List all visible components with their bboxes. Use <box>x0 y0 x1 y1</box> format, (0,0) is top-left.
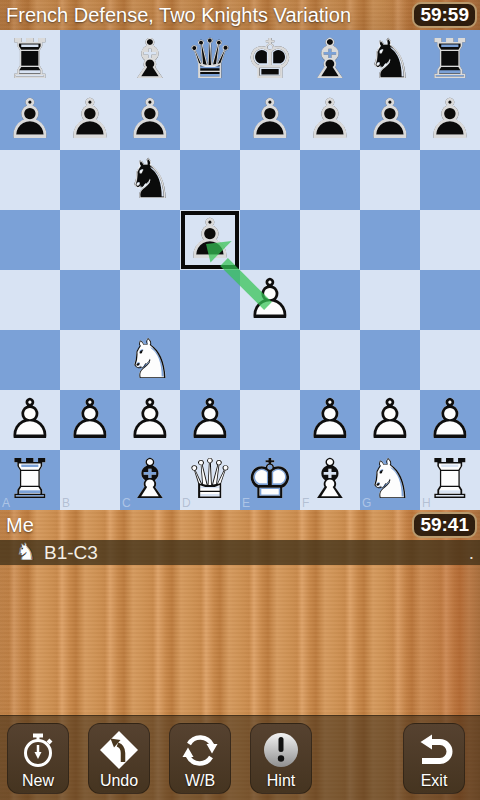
square-b5[interactable] <box>60 210 120 270</box>
square-h5[interactable] <box>420 210 480 270</box>
square-a7[interactable]: ♟♙ <box>0 90 60 150</box>
square-d6[interactable] <box>180 150 240 210</box>
square-e1[interactable]: ♚♔E <box>240 450 300 510</box>
square-d7[interactable] <box>180 90 240 150</box>
square-h4[interactable] <box>420 270 480 330</box>
player-clock: 59:41 <box>412 512 477 538</box>
square-e7[interactable]: ♟♙ <box>240 90 300 150</box>
white-pawn[interactable]: ♟♙ <box>60 390 120 450</box>
black-queen[interactable]: ♛♕ <box>180 30 240 90</box>
black-knight[interactable]: ♞♘ <box>120 150 180 210</box>
wb-button-label: W/B <box>185 772 215 790</box>
square-e5[interactable] <box>240 210 300 270</box>
square-c3[interactable]: ♞♘ <box>120 330 180 390</box>
square-a5[interactable] <box>0 210 60 270</box>
square-h6[interactable] <box>420 150 480 210</box>
square-f5[interactable] <box>300 210 360 270</box>
square-c8[interactable]: ♝♗ <box>120 30 180 90</box>
undo-button-label: Undo <box>100 772 138 790</box>
player-name: Me <box>0 514 34 537</box>
white-pawn[interactable]: ♟♙ <box>360 390 420 450</box>
black-pawn[interactable]: ♟♙ <box>420 90 480 150</box>
square-a8[interactable]: ♜♖ <box>0 30 60 90</box>
square-g3[interactable] <box>360 330 420 390</box>
square-b3[interactable] <box>60 330 120 390</box>
square-g5[interactable] <box>360 210 420 270</box>
hint-button-label: Hint <box>267 772 295 790</box>
white-rook[interactable]: ♜♖ <box>420 450 480 510</box>
square-b4[interactable] <box>60 270 120 330</box>
uturn-arrow-icon <box>414 728 454 772</box>
square-d2[interactable]: ♟♙ <box>180 390 240 450</box>
square-c1[interactable]: ♝♗C <box>120 450 180 510</box>
white-pawn[interactable]: ♟♙ <box>0 390 60 450</box>
white-pawn[interactable]: ♟♙ <box>180 390 240 450</box>
white-bishop[interactable]: ♝♗ <box>120 450 180 510</box>
square-c4[interactable] <box>120 270 180 330</box>
square-f7[interactable]: ♟♙ <box>300 90 360 150</box>
square-a3[interactable] <box>0 330 60 390</box>
square-c7[interactable]: ♟♙ <box>120 90 180 150</box>
square-e2[interactable] <box>240 390 300 450</box>
exit-button[interactable]: Exit <box>403 723 465 794</box>
white-rook[interactable]: ♜♖ <box>0 450 60 510</box>
square-b1[interactable]: B <box>60 450 120 510</box>
square-h7[interactable]: ♟♙ <box>420 90 480 150</box>
black-pawn[interactable]: ♟♙ <box>0 90 60 150</box>
square-g1[interactable]: ♞♘G <box>360 450 420 510</box>
chess-board[interactable]: ♜♖♝♗♛♕♚♔♝♗♞♘♜♖♟♙♟♙♟♙♟♙♟♙♟♙♟♙♞♘♟♙♟♙♞♘♟♙♟♙… <box>0 30 480 510</box>
white-pawn[interactable]: ♟♙ <box>420 390 480 450</box>
white-bishop[interactable]: ♝♗ <box>300 450 360 510</box>
square-d8[interactable]: ♛♕ <box>180 30 240 90</box>
square-e3[interactable] <box>240 330 300 390</box>
bottom-toolbar: New Undo W/B <box>0 715 480 800</box>
swap-rotate-icon <box>180 728 220 772</box>
white-knight[interactable]: ♞♘ <box>360 450 420 510</box>
move-list-row: ♞ ♘ B1-C3 . <box>0 540 480 565</box>
move-text: B1-C3 <box>44 542 98 564</box>
white-queen[interactable]: ♛♕ <box>180 450 240 510</box>
square-e8[interactable]: ♚♔ <box>240 30 300 90</box>
square-e6[interactable] <box>240 150 300 210</box>
black-pawn[interactable]: ♟♙ <box>60 90 120 150</box>
square-f2[interactable]: ♟♙ <box>300 390 360 450</box>
square-f4[interactable] <box>300 270 360 330</box>
square-a2[interactable]: ♟♙ <box>0 390 60 450</box>
opponent-clock: 59:59 <box>412 2 477 28</box>
square-h3[interactable] <box>420 330 480 390</box>
square-f6[interactable] <box>300 150 360 210</box>
square-b7[interactable]: ♟♙ <box>60 90 120 150</box>
white-knight[interactable]: ♞♘ <box>120 330 180 390</box>
new-button-label: New <box>22 772 54 790</box>
wb-swap-button[interactable]: W/B <box>169 723 231 794</box>
black-pawn[interactable]: ♟♙ <box>360 90 420 150</box>
square-d5[interactable]: ♟♙ <box>180 210 240 270</box>
title-bar: French Defense, Two Knights Variation 59… <box>0 0 480 30</box>
turn-arrow-icon <box>99 728 139 772</box>
square-b8[interactable] <box>60 30 120 90</box>
black-pawn[interactable]: ♟♙ <box>240 90 300 150</box>
black-pawn[interactable]: ♟♙ <box>180 210 240 270</box>
white-knight-icon: ♞ ♘ <box>13 540 39 565</box>
white-pawn[interactable]: ♟♙ <box>300 390 360 450</box>
square-g7[interactable]: ♟♙ <box>360 90 420 150</box>
opening-title: French Defense, Two Knights Variation <box>0 4 351 27</box>
white-king[interactable]: ♚♔ <box>240 450 300 510</box>
black-rook[interactable]: ♜♖ <box>420 30 480 90</box>
square-b2[interactable]: ♟♙ <box>60 390 120 450</box>
black-pawn[interactable]: ♟♙ <box>120 90 180 150</box>
stopwatch-icon <box>18 728 58 772</box>
new-button[interactable]: New <box>7 723 69 794</box>
square-g4[interactable] <box>360 270 420 330</box>
exclamation-icon <box>261 728 301 772</box>
square-c5[interactable] <box>120 210 180 270</box>
white-pawn[interactable]: ♟♙ <box>120 390 180 450</box>
square-g2[interactable]: ♟♙ <box>360 390 420 450</box>
square-c6[interactable]: ♞♘ <box>120 150 180 210</box>
square-d1[interactable]: ♛♕D <box>180 450 240 510</box>
app-screen: French Defense, Two Knights Variation 59… <box>0 0 480 800</box>
black-rook[interactable]: ♜♖ <box>0 30 60 90</box>
square-g6[interactable] <box>360 150 420 210</box>
black-pawn[interactable]: ♟♙ <box>300 90 360 150</box>
black-king[interactable]: ♚♔ <box>240 30 300 90</box>
square-f8[interactable]: ♝♗ <box>300 30 360 90</box>
square-d3[interactable] <box>180 330 240 390</box>
move-cursor: . <box>469 542 474 564</box>
black-knight[interactable]: ♞♘ <box>360 30 420 90</box>
black-bishop[interactable]: ♝♗ <box>300 30 360 90</box>
square-c2[interactable]: ♟♙ <box>120 390 180 450</box>
black-bishop[interactable]: ♝♗ <box>120 30 180 90</box>
square-h8[interactable]: ♜♖ <box>420 30 480 90</box>
hint-button[interactable]: Hint <box>250 723 312 794</box>
square-d4[interactable] <box>180 270 240 330</box>
square-h1[interactable]: ♜♖H <box>420 450 480 510</box>
square-a6[interactable] <box>0 150 60 210</box>
square-g8[interactable]: ♞♘ <box>360 30 420 90</box>
square-a4[interactable] <box>0 270 60 330</box>
square-e4[interactable]: ♟♙ <box>240 270 300 330</box>
exit-button-label: Exit <box>421 772 448 790</box>
square-b6[interactable] <box>60 150 120 210</box>
square-f1[interactable]: ♝♗F <box>300 450 360 510</box>
undo-button[interactable]: Undo <box>88 723 150 794</box>
player-status-bar: Me 59:41 <box>0 510 480 540</box>
square-f3[interactable] <box>300 330 360 390</box>
file-label-b: B <box>62 497 70 510</box>
square-h2[interactable]: ♟♙ <box>420 390 480 450</box>
white-pawn[interactable]: ♟♙ <box>240 270 300 330</box>
square-a1[interactable]: ♜♖A <box>0 450 60 510</box>
